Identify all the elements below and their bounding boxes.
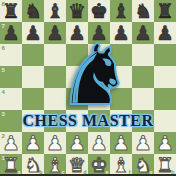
black-pawn-icon: ♟ — [112, 22, 130, 44]
square-h5[interactable] — [154, 66, 176, 88]
black-knight-icon: ♞ — [134, 0, 152, 22]
square-e8[interactable]: ♚ — [88, 0, 110, 22]
square-b5[interactable] — [22, 66, 44, 88]
square-h7[interactable]: ♟ — [154, 22, 176, 44]
square-f5[interactable] — [110, 66, 132, 88]
chess-master-logo: 8♜♞♝♛♚♝♞♜7♟♟♟♟♟♟♟♟65432♟♟♟♟♟♟♟♟1a♜b♞c♝d♛… — [0, 0, 176, 176]
square-g2[interactable]: ♟ — [132, 132, 154, 154]
chess-board: 8♜♞♝♛♚♝♞♜7♟♟♟♟♟♟♟♟65432♟♟♟♟♟♟♟♟1a♜b♞c♝d♛… — [0, 0, 176, 176]
white-knight-icon: ♞ — [134, 154, 152, 176]
square-c7[interactable]: ♟ — [44, 22, 66, 44]
white-pawn-icon: ♟ — [90, 132, 108, 154]
bottom-border — [0, 174, 176, 176]
page-title: CHESS MASTER — [23, 112, 154, 130]
square-a5[interactable]: 5 — [0, 66, 22, 88]
white-pawn-icon: ♟ — [68, 132, 86, 154]
square-f4[interactable] — [110, 88, 132, 110]
square-d4[interactable] — [66, 88, 88, 110]
black-pawn-icon: ♟ — [24, 22, 42, 44]
rank-label: 5 — [2, 67, 5, 73]
square-c8[interactable]: ♝ — [44, 0, 66, 22]
white-queen-icon: ♛ — [68, 154, 86, 176]
black-rook-icon: ♜ — [156, 0, 174, 22]
square-c5[interactable] — [44, 66, 66, 88]
square-a1[interactable]: 1a♜ — [0, 154, 22, 176]
square-b4[interactable] — [22, 88, 44, 110]
square-g1[interactable]: g♞ — [132, 154, 154, 176]
square-h6[interactable] — [154, 44, 176, 66]
square-e7[interactable]: ♟ — [88, 22, 110, 44]
square-d6[interactable] — [66, 44, 88, 66]
square-a4[interactable]: 4 — [0, 88, 22, 110]
square-g5[interactable] — [132, 66, 154, 88]
square-h4[interactable] — [154, 88, 176, 110]
black-pawn-icon: ♟ — [68, 22, 86, 44]
square-c6[interactable] — [44, 44, 66, 66]
square-e1[interactable]: e♚ — [88, 154, 110, 176]
black-pawn-icon: ♟ — [90, 22, 108, 44]
square-e5[interactable] — [88, 66, 110, 88]
white-pawn-icon: ♟ — [24, 132, 42, 154]
square-h8[interactable]: ♜ — [154, 0, 176, 22]
square-d5[interactable] — [66, 66, 88, 88]
square-g8[interactable]: ♞ — [132, 0, 154, 22]
square-f8[interactable]: ♝ — [110, 0, 132, 22]
rank-label: 6 — [2, 45, 5, 51]
white-rook-icon: ♜ — [2, 154, 20, 176]
white-pawn-icon: ♟ — [156, 132, 174, 154]
square-b2[interactable]: ♟ — [22, 132, 44, 154]
black-pawn-icon: ♟ — [2, 22, 20, 44]
black-pawn-icon: ♟ — [134, 22, 152, 44]
square-b6[interactable] — [22, 44, 44, 66]
black-king-icon: ♚ — [90, 0, 108, 22]
square-e6[interactable] — [88, 44, 110, 66]
white-knight-icon: ♞ — [24, 154, 42, 176]
title-banner: CHESS MASTER — [0, 110, 176, 132]
square-d8[interactable]: ♛ — [66, 0, 88, 22]
square-h2[interactable]: ♟ — [154, 132, 176, 154]
black-bishop-icon: ♝ — [46, 0, 64, 22]
white-pawn-icon: ♟ — [112, 132, 130, 154]
square-b7[interactable]: ♟ — [22, 22, 44, 44]
square-a7[interactable]: 7♟ — [0, 22, 22, 44]
white-pawn-icon: ♟ — [46, 132, 64, 154]
square-b1[interactable]: b♞ — [22, 154, 44, 176]
square-g6[interactable] — [132, 44, 154, 66]
square-f7[interactable]: ♟ — [110, 22, 132, 44]
square-f2[interactable]: ♟ — [110, 132, 132, 154]
black-queen-icon: ♛ — [68, 0, 86, 22]
black-bishop-icon: ♝ — [112, 0, 130, 22]
square-d7[interactable]: ♟ — [66, 22, 88, 44]
square-d2[interactable]: ♟ — [66, 132, 88, 154]
black-rook-icon: ♜ — [2, 0, 20, 22]
square-f6[interactable] — [110, 44, 132, 66]
white-pawn-icon: ♟ — [134, 132, 152, 154]
rank-label: 4 — [2, 89, 5, 95]
square-g7[interactable]: ♟ — [132, 22, 154, 44]
square-c1[interactable]: c♝ — [44, 154, 66, 176]
black-knight-icon: ♞ — [24, 0, 42, 22]
square-a2[interactable]: 2♟ — [0, 132, 22, 154]
square-e4[interactable] — [88, 88, 110, 110]
white-rook-icon: ♜ — [156, 154, 174, 176]
white-bishop-icon: ♝ — [46, 154, 64, 176]
square-e2[interactable]: ♟ — [88, 132, 110, 154]
black-pawn-icon: ♟ — [46, 22, 64, 44]
square-b8[interactable]: ♞ — [22, 0, 44, 22]
white-bishop-icon: ♝ — [112, 154, 130, 176]
square-f1[interactable]: f♝ — [110, 154, 132, 176]
square-a8[interactable]: 8♜ — [0, 0, 22, 22]
square-g4[interactable] — [132, 88, 154, 110]
square-a6[interactable]: 6 — [0, 44, 22, 66]
square-c2[interactable]: ♟ — [44, 132, 66, 154]
square-h1[interactable]: h♜ — [154, 154, 176, 176]
square-d1[interactable]: d♛ — [66, 154, 88, 176]
square-c4[interactable] — [44, 88, 66, 110]
white-king-icon: ♚ — [90, 154, 108, 176]
black-pawn-icon: ♟ — [156, 22, 174, 44]
white-pawn-icon: ♟ — [2, 132, 20, 154]
